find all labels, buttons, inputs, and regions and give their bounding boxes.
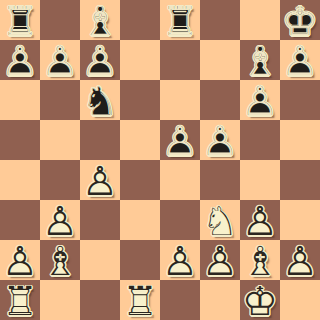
black-pawn-piece[interactable]: ♟♙ bbox=[160, 120, 200, 160]
white-rook-piece[interactable]: ♜♖ bbox=[0, 280, 40, 320]
piece-glyph-fill: ♟ bbox=[160, 121, 200, 161]
piece-glyph-fill: ♟ bbox=[160, 241, 200, 281]
piece-glyph-stroke: ♙ bbox=[0, 41, 40, 81]
square-g3[interactable]: ♟♙ bbox=[240, 200, 280, 240]
piece-glyph-stroke: ♙ bbox=[280, 41, 320, 81]
white-pawn-piece[interactable]: ♟♙ bbox=[80, 160, 120, 200]
square-f2[interactable]: ♟♙ bbox=[200, 240, 240, 280]
square-a4[interactable] bbox=[0, 160, 40, 200]
piece-glyph-stroke: ♙ bbox=[280, 241, 320, 281]
square-e2[interactable]: ♟♙ bbox=[160, 240, 200, 280]
square-h8[interactable]: ♚♔ bbox=[280, 0, 320, 40]
white-pawn-piece[interactable]: ♟♙ bbox=[240, 200, 280, 240]
square-b6[interactable] bbox=[40, 80, 80, 120]
square-h1[interactable] bbox=[280, 280, 320, 320]
piece-glyph-fill: ♟ bbox=[240, 81, 280, 121]
white-pawn-piece[interactable]: ♟♙ bbox=[0, 240, 40, 280]
square-d1[interactable]: ♜♖ bbox=[120, 280, 160, 320]
piece-glyph-fill: ♟ bbox=[280, 241, 320, 281]
square-a8[interactable]: ♜♖ bbox=[0, 0, 40, 40]
piece-glyph-stroke: ♙ bbox=[160, 121, 200, 161]
piece-glyph-stroke: ♙ bbox=[80, 161, 120, 201]
square-f1[interactable] bbox=[200, 280, 240, 320]
piece-glyph-fill: ♝ bbox=[40, 241, 80, 281]
square-g1[interactable]: ♚♔ bbox=[240, 280, 280, 320]
black-pawn-piece[interactable]: ♟♙ bbox=[40, 40, 80, 80]
white-pawn-piece[interactable]: ♟♙ bbox=[200, 240, 240, 280]
black-knight-piece[interactable]: ♞♘ bbox=[80, 80, 120, 120]
piece-glyph-stroke: ♔ bbox=[280, 1, 320, 41]
square-b5[interactable] bbox=[40, 120, 80, 160]
square-e4[interactable] bbox=[160, 160, 200, 200]
square-c1[interactable] bbox=[80, 280, 120, 320]
square-f4[interactable] bbox=[200, 160, 240, 200]
piece-glyph-stroke: ♖ bbox=[120, 281, 160, 320]
square-d8[interactable] bbox=[120, 0, 160, 40]
white-pawn-piece[interactable]: ♟♙ bbox=[280, 240, 320, 280]
square-g6[interactable]: ♟♙ bbox=[240, 80, 280, 120]
square-d5[interactable] bbox=[120, 120, 160, 160]
piece-glyph-stroke: ♙ bbox=[240, 81, 280, 121]
square-e7[interactable] bbox=[160, 40, 200, 80]
black-pawn-piece[interactable]: ♟♙ bbox=[240, 80, 280, 120]
square-h2[interactable]: ♟♙ bbox=[280, 240, 320, 280]
piece-glyph-stroke: ♖ bbox=[0, 1, 40, 41]
piece-glyph-fill: ♟ bbox=[280, 41, 320, 81]
square-b2[interactable]: ♝♗ bbox=[40, 240, 80, 280]
square-b8[interactable] bbox=[40, 0, 80, 40]
piece-glyph-fill: ♟ bbox=[40, 201, 80, 241]
piece-glyph-fill: ♝ bbox=[240, 241, 280, 281]
black-bishop-piece[interactable]: ♝♗ bbox=[240, 40, 280, 80]
square-g7[interactable]: ♝♗ bbox=[240, 40, 280, 80]
piece-glyph-stroke: ♖ bbox=[160, 1, 200, 41]
white-knight-piece[interactable]: ♞♘ bbox=[200, 200, 240, 240]
square-f6[interactable] bbox=[200, 80, 240, 120]
piece-glyph-stroke: ♙ bbox=[40, 41, 80, 81]
black-bishop-piece[interactable]: ♝♗ bbox=[80, 0, 120, 40]
piece-glyph-stroke: ♙ bbox=[200, 241, 240, 281]
square-g5[interactable] bbox=[240, 120, 280, 160]
square-a5[interactable] bbox=[0, 120, 40, 160]
square-c5[interactable] bbox=[80, 120, 120, 160]
piece-glyph-stroke: ♙ bbox=[40, 201, 80, 241]
square-b3[interactable]: ♟♙ bbox=[40, 200, 80, 240]
square-e1[interactable] bbox=[160, 280, 200, 320]
square-e5[interactable]: ♟♙ bbox=[160, 120, 200, 160]
square-a2[interactable]: ♟♙ bbox=[0, 240, 40, 280]
square-e6[interactable] bbox=[160, 80, 200, 120]
white-rook-piece[interactable]: ♜♖ bbox=[120, 280, 160, 320]
square-c3[interactable] bbox=[80, 200, 120, 240]
square-h3[interactable] bbox=[280, 200, 320, 240]
white-bishop-piece[interactable]: ♝♗ bbox=[40, 240, 80, 280]
square-h5[interactable] bbox=[280, 120, 320, 160]
black-pawn-piece[interactable]: ♟♙ bbox=[0, 40, 40, 80]
square-f5[interactable]: ♟♙ bbox=[200, 120, 240, 160]
square-f3[interactable]: ♞♘ bbox=[200, 200, 240, 240]
square-e3[interactable] bbox=[160, 200, 200, 240]
piece-glyph-fill: ♚ bbox=[280, 1, 320, 41]
black-rook-piece[interactable]: ♜♖ bbox=[160, 0, 200, 40]
piece-glyph-fill: ♝ bbox=[240, 41, 280, 81]
piece-glyph-fill: ♞ bbox=[200, 201, 240, 241]
square-c6[interactable]: ♞♘ bbox=[80, 80, 120, 120]
black-pawn-piece[interactable]: ♟♙ bbox=[200, 120, 240, 160]
piece-glyph-stroke: ♗ bbox=[80, 1, 120, 41]
square-h6[interactable] bbox=[280, 80, 320, 120]
piece-glyph-fill: ♞ bbox=[80, 81, 120, 121]
chess-board: ♜♖♝♗♜♖♚♔♟♙♟♙♟♙♝♗♟♙♞♘♟♙♟♙♟♙♟♙♟♙♞♘♟♙♟♙♝♗♟♙… bbox=[0, 0, 320, 320]
piece-glyph-fill: ♜ bbox=[0, 1, 40, 41]
piece-glyph-fill: ♚ bbox=[240, 281, 280, 320]
square-d4[interactable] bbox=[120, 160, 160, 200]
square-c4[interactable]: ♟♙ bbox=[80, 160, 120, 200]
piece-glyph-stroke: ♗ bbox=[40, 241, 80, 281]
chess-board-container: ♜♖♝♗♜♖♚♔♟♙♟♙♟♙♝♗♟♙♞♘♟♙♟♙♟♙♟♙♟♙♞♘♟♙♟♙♝♗♟♙… bbox=[0, 0, 320, 320]
white-bishop-piece[interactable]: ♝♗ bbox=[240, 240, 280, 280]
square-b7[interactable]: ♟♙ bbox=[40, 40, 80, 80]
square-g8[interactable] bbox=[240, 0, 280, 40]
square-a1[interactable]: ♜♖ bbox=[0, 280, 40, 320]
square-h4[interactable] bbox=[280, 160, 320, 200]
black-pawn-piece[interactable]: ♟♙ bbox=[80, 40, 120, 80]
square-b1[interactable] bbox=[40, 280, 80, 320]
piece-glyph-stroke: ♖ bbox=[0, 281, 40, 320]
square-c7[interactable]: ♟♙ bbox=[80, 40, 120, 80]
square-g2[interactable]: ♝♗ bbox=[240, 240, 280, 280]
piece-glyph-stroke: ♙ bbox=[0, 241, 40, 281]
piece-glyph-fill: ♟ bbox=[200, 121, 240, 161]
square-d7[interactable] bbox=[120, 40, 160, 80]
square-f8[interactable] bbox=[200, 0, 240, 40]
piece-glyph-fill: ♜ bbox=[120, 281, 160, 320]
white-king-piece[interactable]: ♚♔ bbox=[240, 280, 280, 320]
white-pawn-piece[interactable]: ♟♙ bbox=[160, 240, 200, 280]
piece-glyph-fill: ♟ bbox=[240, 201, 280, 241]
square-c2[interactable] bbox=[80, 240, 120, 280]
square-f7[interactable] bbox=[200, 40, 240, 80]
black-king-piece[interactable]: ♚♔ bbox=[280, 0, 320, 40]
square-d6[interactable] bbox=[120, 80, 160, 120]
square-g4[interactable] bbox=[240, 160, 280, 200]
white-pawn-piece[interactable]: ♟♙ bbox=[40, 200, 80, 240]
piece-glyph-fill: ♟ bbox=[200, 241, 240, 281]
piece-glyph-fill: ♜ bbox=[0, 281, 40, 320]
piece-glyph-fill: ♟ bbox=[0, 41, 40, 81]
piece-glyph-stroke: ♗ bbox=[240, 241, 280, 281]
piece-glyph-stroke: ♙ bbox=[160, 241, 200, 281]
piece-glyph-stroke: ♗ bbox=[240, 41, 280, 81]
square-d3[interactable] bbox=[120, 200, 160, 240]
square-e8[interactable]: ♜♖ bbox=[160, 0, 200, 40]
piece-glyph-stroke: ♙ bbox=[240, 201, 280, 241]
piece-glyph-stroke: ♘ bbox=[200, 201, 240, 241]
square-a6[interactable] bbox=[0, 80, 40, 120]
square-h7[interactable]: ♟♙ bbox=[280, 40, 320, 80]
square-a7[interactable]: ♟♙ bbox=[0, 40, 40, 80]
piece-glyph-stroke: ♙ bbox=[200, 121, 240, 161]
piece-glyph-stroke: ♘ bbox=[80, 81, 120, 121]
piece-glyph-fill: ♟ bbox=[40, 41, 80, 81]
piece-glyph-fill: ♝ bbox=[80, 1, 120, 41]
black-rook-piece[interactable]: ♜♖ bbox=[0, 0, 40, 40]
piece-glyph-fill: ♜ bbox=[160, 1, 200, 41]
square-c8[interactable]: ♝♗ bbox=[80, 0, 120, 40]
piece-glyph-stroke: ♙ bbox=[80, 41, 120, 81]
piece-glyph-fill: ♟ bbox=[0, 241, 40, 281]
black-pawn-piece[interactable]: ♟♙ bbox=[280, 40, 320, 80]
piece-glyph-stroke: ♔ bbox=[240, 281, 280, 320]
square-b4[interactable] bbox=[40, 160, 80, 200]
square-d2[interactable] bbox=[120, 240, 160, 280]
square-a3[interactable] bbox=[0, 200, 40, 240]
piece-glyph-fill: ♟ bbox=[80, 41, 120, 81]
piece-glyph-fill: ♟ bbox=[80, 161, 120, 201]
